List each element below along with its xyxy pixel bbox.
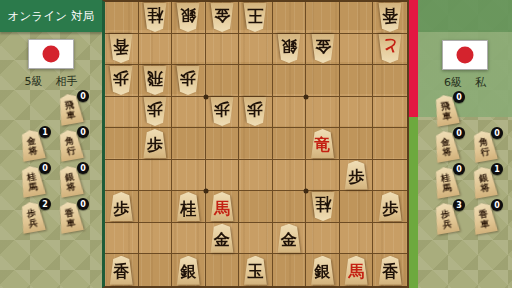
board-cell[interactable] <box>172 97 206 129</box>
my-hand: 飛車0金将0角行0桂馬0銀将1歩兵3香車0 <box>427 93 503 235</box>
piece-金[interactable]: 金 <box>310 34 336 63</box>
piece-王[interactable]: 王 <box>242 3 268 32</box>
board-cell[interactable]: 香 <box>373 254 407 286</box>
piece-香[interactable]: 香 <box>108 256 134 285</box>
board-cell[interactable] <box>105 223 139 255</box>
piece-桂[interactable]: 桂 <box>142 3 168 32</box>
hand-piece-桂馬[interactable]: 桂馬0 <box>19 166 45 196</box>
board-cell[interactable] <box>172 160 206 192</box>
hand-count-badge: 0 <box>77 126 89 138</box>
board-cell[interactable]: 王 <box>239 2 273 34</box>
piece-歩[interactable]: 歩 <box>142 129 168 158</box>
board-cell[interactable] <box>139 223 173 255</box>
board-cell[interactable] <box>239 160 273 192</box>
piece-歩[interactable]: 歩 <box>242 97 268 126</box>
hand-piece-飛車[interactable]: 飛車0 <box>57 94 83 124</box>
piece-香[interactable]: 香 <box>377 3 403 32</box>
piece-馬[interactable]: 馬 <box>343 256 369 285</box>
board-cell[interactable] <box>273 191 307 223</box>
hand-slot: 金将0 <box>427 129 465 163</box>
hand-count-badge: 0 <box>453 127 465 139</box>
hand-count-badge: 0 <box>453 91 465 103</box>
star-point <box>304 189 309 194</box>
piece-馬[interactable]: 馬 <box>209 192 235 221</box>
board-cell[interactable]: 金 <box>273 223 307 255</box>
board-cell[interactable]: 飛 <box>139 65 173 97</box>
board-cell[interactable]: 歩 <box>139 97 173 129</box>
board-cell[interactable] <box>105 2 139 34</box>
hand-count-badge: 0 <box>77 90 89 102</box>
hand-count-badge: 0 <box>491 199 503 211</box>
board-cell[interactable]: 歩 <box>172 65 206 97</box>
hand-piece-香車[interactable]: 香車0 <box>57 202 83 232</box>
board-cell[interactable] <box>273 65 307 97</box>
hand-slot: 歩兵2 <box>13 200 51 234</box>
board-cell[interactable]: 玉 <box>239 254 273 286</box>
board-cell[interactable] <box>139 160 173 192</box>
my-label: 私 <box>475 75 486 90</box>
my-rank-row: 6級 私 <box>444 75 486 90</box>
board-cell[interactable] <box>340 2 374 34</box>
board-cell[interactable]: 金 <box>206 2 240 34</box>
board-cell[interactable] <box>340 128 374 160</box>
board-cell[interactable] <box>373 128 407 160</box>
hand-piece-香車[interactable]: 香車0 <box>471 203 497 233</box>
hand-count-badge: 0 <box>77 162 89 174</box>
board-cell[interactable] <box>373 97 407 129</box>
board-cell[interactable]: 歩 <box>206 97 240 129</box>
hand-count-badge: 1 <box>491 163 503 175</box>
hand-piece-歩兵[interactable]: 歩兵3 <box>433 203 459 233</box>
board-grid: 桂銀金王香香銀金と歩飛歩歩歩歩歩竜歩歩桂馬桂歩金金香銀玉銀馬香 <box>105 2 407 286</box>
piece-玉[interactable]: 玉 <box>242 256 268 285</box>
hand-slot-empty <box>13 92 51 126</box>
opponent-rank: 5級 <box>25 74 43 89</box>
board-cell[interactable] <box>306 97 340 129</box>
board-cell[interactable] <box>172 128 206 160</box>
board-cell[interactable]: 竜 <box>306 128 340 160</box>
flag-sun-icon <box>43 46 60 63</box>
board-cell[interactable]: 馬 <box>206 191 240 223</box>
board-cell[interactable] <box>340 65 374 97</box>
hand-slot: 香車0 <box>51 200 89 234</box>
hand-slot: 桂馬0 <box>13 164 51 198</box>
piece-桂[interactable]: 桂 <box>310 192 336 221</box>
board-cell[interactable]: 桂 <box>139 2 173 34</box>
board-cell[interactable] <box>139 254 173 286</box>
board-cell[interactable]: 歩 <box>105 191 139 223</box>
hand-slot-empty <box>465 93 503 127</box>
piece-歩[interactable]: 歩 <box>108 66 134 95</box>
opponent-label: 相手 <box>56 74 78 89</box>
board-cell[interactable] <box>105 97 139 129</box>
board-cell[interactable] <box>373 160 407 192</box>
hand-piece-角行[interactable]: 角行0 <box>57 130 83 160</box>
board-cell[interactable] <box>105 128 139 160</box>
hand-piece-飛車[interactable]: 飛車0 <box>433 95 459 125</box>
piece-金[interactable]: 金 <box>209 224 235 253</box>
opponent-rank-row: 5級 相手 <box>25 74 78 89</box>
board-cell[interactable] <box>206 65 240 97</box>
board-cell[interactable] <box>340 34 374 66</box>
hand-slot: 桂馬0 <box>427 165 465 199</box>
star-point <box>304 94 309 99</box>
board-cell[interactable] <box>206 34 240 66</box>
board-cell[interactable] <box>306 2 340 34</box>
board-cell[interactable]: 歩 <box>105 65 139 97</box>
star-point <box>203 94 208 99</box>
hand-count-badge: 0 <box>39 162 51 174</box>
hand-count-badge: 0 <box>453 163 465 175</box>
hand-piece-銀将[interactable]: 銀将0 <box>57 166 83 196</box>
hand-piece-歩兵[interactable]: 歩兵2 <box>19 202 45 232</box>
opponent-hand: 飛車0金将1角行0桂馬0銀将0歩兵2香車0 <box>13 92 89 234</box>
board-cell[interactable]: と <box>373 34 407 66</box>
board-cell[interactable]: 銀 <box>172 254 206 286</box>
piece-銀[interactable]: 銀 <box>175 3 201 32</box>
hand-piece-金将[interactable]: 金将0 <box>433 131 459 161</box>
board-cell[interactable]: 歩 <box>139 128 173 160</box>
board-cell[interactable] <box>239 128 273 160</box>
board-cell[interactable] <box>340 223 374 255</box>
opponent-panel: オンライン 対局 5級 相手 飛車0金将1角行0桂馬0銀将0歩兵2香車0 <box>0 0 102 288</box>
piece-金[interactable]: 金 <box>209 3 235 32</box>
board-cell[interactable]: 香 <box>105 34 139 66</box>
hand-count-badge: 0 <box>491 127 503 139</box>
piece-銀[interactable]: 銀 <box>276 34 302 63</box>
board-cell[interactable] <box>340 97 374 129</box>
board-cell[interactable] <box>273 254 307 286</box>
board-cell[interactable]: 香 <box>105 254 139 286</box>
match-title-bar: オンライン 対局 <box>0 0 102 32</box>
hand-count-badge: 3 <box>453 199 465 211</box>
board-cell[interactable]: 銀 <box>273 34 307 66</box>
hand-count-badge: 2 <box>39 198 51 210</box>
piece-竜[interactable]: 竜 <box>310 129 336 158</box>
board-cell[interactable] <box>206 128 240 160</box>
board-cell[interactable] <box>273 160 307 192</box>
opponent-flag-japan <box>28 39 74 69</box>
my-rank: 6級 <box>444 75 462 90</box>
hand-slot: 銀将1 <box>465 165 503 199</box>
board-cell[interactable]: 金 <box>306 34 340 66</box>
piece-歩[interactable]: 歩 <box>343 161 369 190</box>
hand-count-badge: 1 <box>39 126 51 138</box>
timer-bar-red-segment <box>409 0 418 117</box>
board-cell[interactable] <box>139 34 173 66</box>
board-cell[interactable] <box>239 34 273 66</box>
board-cell[interactable] <box>139 191 173 223</box>
hand-count-badge: 0 <box>77 198 89 210</box>
piece-歩[interactable]: 歩 <box>377 192 403 221</box>
board-cell[interactable]: 銀 <box>306 254 340 286</box>
board-cell[interactable] <box>306 65 340 97</box>
hand-slot: 金将1 <box>13 128 51 162</box>
board-cell[interactable]: 金 <box>206 223 240 255</box>
app-root: オンライン 対局 5級 相手 飛車0金将1角行0桂馬0銀将0歩兵2香車0 桂銀金… <box>0 0 512 288</box>
board-cell[interactable] <box>206 160 240 192</box>
piece-金[interactable]: 金 <box>276 224 302 253</box>
board-cell[interactable] <box>273 2 307 34</box>
board-cell[interactable] <box>373 223 407 255</box>
piece-と[interactable]: と <box>377 34 403 63</box>
piece-歩[interactable]: 歩 <box>175 66 201 95</box>
piece-飛[interactable]: 飛 <box>142 66 168 95</box>
shogi-board: 桂銀金王香香銀金と歩飛歩歩歩歩歩竜歩歩桂馬桂歩金金香銀玉銀馬香 <box>102 0 409 288</box>
board-cell[interactable] <box>373 65 407 97</box>
timer-bar <box>409 0 418 288</box>
board-cell[interactable] <box>105 160 139 192</box>
match-title: オンライン 対局 <box>7 9 94 24</box>
flag-sun-icon <box>457 47 474 64</box>
hand-piece-角行[interactable]: 角行0 <box>471 131 497 161</box>
board-cell[interactable] <box>306 160 340 192</box>
board-cell[interactable] <box>340 191 374 223</box>
board-cell[interactable] <box>306 223 340 255</box>
piece-歩[interactable]: 歩 <box>108 192 134 221</box>
piece-歩[interactable]: 歩 <box>209 97 235 126</box>
hand-piece-桂馬[interactable]: 桂馬0 <box>433 167 459 197</box>
board-cell[interactable]: 銀 <box>172 2 206 34</box>
board-cell[interactable] <box>239 223 273 255</box>
board-cell[interactable]: 香 <box>373 2 407 34</box>
piece-銀[interactable]: 銀 <box>310 256 336 285</box>
piece-桂[interactable]: 桂 <box>175 192 201 221</box>
board-cell[interactable] <box>239 65 273 97</box>
hand-slot: 飛車0 <box>427 93 465 127</box>
my-flag-japan <box>442 40 488 70</box>
hand-slot: 歩兵3 <box>427 201 465 235</box>
board-cell[interactable]: 桂 <box>172 191 206 223</box>
my-panel: 6級 私 飛車0金将0角行0桂馬0銀将1歩兵3香車0 <box>418 0 512 288</box>
hand-slot: 飛車0 <box>51 92 89 126</box>
board-cell[interactable] <box>172 223 206 255</box>
board-cell[interactable] <box>273 97 307 129</box>
hand-slot: 銀将0 <box>51 164 89 198</box>
star-point <box>203 189 208 194</box>
board-cell[interactable]: 歩 <box>239 97 273 129</box>
board-cell[interactable]: 桂 <box>306 191 340 223</box>
board-cell[interactable] <box>239 191 273 223</box>
hand-slot: 角行0 <box>465 129 503 163</box>
board-cell[interactable] <box>172 34 206 66</box>
hand-slot: 角行0 <box>51 128 89 162</box>
piece-香[interactable]: 香 <box>108 34 134 63</box>
board-cell[interactable]: 馬 <box>340 254 374 286</box>
piece-銀[interactable]: 銀 <box>175 256 201 285</box>
board-cell[interactable] <box>206 254 240 286</box>
timer-bar-green-segment <box>409 117 418 288</box>
board-cell[interactable]: 歩 <box>340 160 374 192</box>
hand-piece-金将[interactable]: 金将1 <box>19 130 45 160</box>
hand-piece-銀将[interactable]: 銀将1 <box>471 167 497 197</box>
piece-歩[interactable]: 歩 <box>142 97 168 126</box>
board-cell[interactable] <box>273 128 307 160</box>
piece-香[interactable]: 香 <box>377 256 403 285</box>
board-cell[interactable]: 歩 <box>373 191 407 223</box>
hand-slot: 香車0 <box>465 201 503 235</box>
